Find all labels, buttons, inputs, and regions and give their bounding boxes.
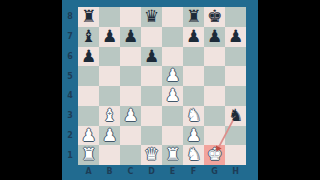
square-g2[interactable] [204,126,225,146]
square-c7[interactable]: ♟ [120,27,141,47]
white-pawn-e5[interactable]: ♟ [165,66,180,86]
square-h3[interactable]: ♞ [225,106,246,126]
square-g3[interactable] [204,106,225,126]
square-b4[interactable] [99,86,120,106]
white-rook-e1[interactable]: ♜ [165,145,180,165]
file-label-a: A [78,165,99,178]
rank-label-1: 1 [62,145,78,165]
square-c1[interactable] [120,145,141,165]
black-knight-h3[interactable]: ♞ [228,106,243,126]
square-c4[interactable] [120,86,141,106]
white-king-g1[interactable]: ♚ [207,145,222,165]
square-b3[interactable]: ♝ [99,106,120,126]
white-knight-f3[interactable]: ♞ [186,106,201,126]
square-h1[interactable] [225,145,246,165]
square-d4[interactable] [141,86,162,106]
black-rook-a8[interactable]: ♜ [81,7,96,27]
rank-label-8: 8 [62,7,78,27]
square-b7[interactable]: ♟ [99,27,120,47]
square-b2[interactable]: ♟ [99,126,120,146]
square-f8[interactable]: ♜ [183,7,204,27]
chess-board[interactable]: ♜♛♜♚♝♟♟♟♟♟♟♟♟♟♝♟♞♞♟♟♟♜♛♜♞♚ [78,7,246,165]
black-pawn-a6[interactable]: ♟ [81,47,96,67]
square-h6[interactable] [225,47,246,67]
square-b6[interactable] [99,47,120,67]
file-label-e: E [162,165,183,178]
file-label-g: G [204,165,225,178]
black-pawn-h7[interactable]: ♟ [228,27,243,47]
square-a2[interactable]: ♟ [78,126,99,146]
file-label-h: H [225,165,246,178]
file-labels: ABCDEFGH [78,165,246,178]
square-d6[interactable]: ♟ [141,47,162,67]
square-g5[interactable] [204,66,225,86]
square-d7[interactable] [141,27,162,47]
square-h4[interactable] [225,86,246,106]
rank-labels: 87654321 [62,7,78,165]
black-pawn-d6[interactable]: ♟ [144,47,159,67]
square-e7[interactable] [162,27,183,47]
square-a1[interactable]: ♜ [78,145,99,165]
square-b1[interactable] [99,145,120,165]
file-label-c: C [120,165,141,178]
square-e6[interactable] [162,47,183,67]
square-d1[interactable]: ♛ [141,145,162,165]
file-label-b: B [99,165,120,178]
rank-label-2: 2 [62,126,78,146]
white-pawn-b2[interactable]: ♟ [102,126,117,146]
white-pawn-a2[interactable]: ♟ [81,126,96,146]
square-g7[interactable]: ♟ [204,27,225,47]
white-pawn-f2[interactable]: ♟ [186,126,201,146]
file-label-d: D [141,165,162,178]
white-bishop-b3[interactable]: ♝ [102,106,117,126]
square-e8[interactable] [162,7,183,27]
square-g8[interactable]: ♚ [204,7,225,27]
square-f1[interactable]: ♞ [183,145,204,165]
square-f4[interactable] [183,86,204,106]
black-rook-f8[interactable]: ♜ [186,7,201,27]
square-d5[interactable] [141,66,162,86]
square-f5[interactable] [183,66,204,86]
square-e5[interactable]: ♟ [162,66,183,86]
white-pawn-c3[interactable]: ♟ [123,106,138,126]
square-a8[interactable]: ♜ [78,7,99,27]
square-f6[interactable] [183,47,204,67]
black-bishop-a7[interactable]: ♝ [81,27,96,47]
square-b5[interactable] [99,66,120,86]
screenshot-stage: 87654321 ♜♛♜♚♝♟♟♟♟♟♟♟♟♟♝♟♞♞♟♟♟♜♛♜♞♚ ABCD… [0,0,320,180]
file-label-f: F [183,165,204,178]
square-h2[interactable] [225,126,246,146]
square-g1[interactable]: ♚ [204,145,225,165]
white-knight-f1[interactable]: ♞ [186,145,201,165]
square-a6[interactable]: ♟ [78,47,99,67]
black-pawn-b7[interactable]: ♟ [102,27,117,47]
square-e1[interactable]: ♜ [162,145,183,165]
square-a3[interactable] [78,106,99,126]
black-pawn-c7[interactable]: ♟ [123,27,138,47]
rank-label-5: 5 [62,66,78,86]
white-rook-a1[interactable]: ♜ [81,145,96,165]
square-g4[interactable] [204,86,225,106]
square-b8[interactable] [99,7,120,27]
square-f2[interactable]: ♟ [183,126,204,146]
square-e2[interactable] [162,126,183,146]
rank-label-6: 6 [62,47,78,67]
rank-label-4: 4 [62,86,78,106]
square-d3[interactable] [141,106,162,126]
black-king-g8[interactable]: ♚ [207,7,222,27]
rank-label-3: 3 [62,106,78,126]
square-e4[interactable]: ♟ [162,86,183,106]
square-f7[interactable]: ♟ [183,27,204,47]
square-e3[interactable] [162,106,183,126]
square-h7[interactable]: ♟ [225,27,246,47]
square-g6[interactable] [204,47,225,67]
square-c3[interactable]: ♟ [120,106,141,126]
black-pawn-g7[interactable]: ♟ [207,27,222,47]
square-c2[interactable] [120,126,141,146]
square-f3[interactable]: ♞ [183,106,204,126]
square-c6[interactable] [120,47,141,67]
white-queen-d1[interactable]: ♛ [144,145,159,165]
square-c8[interactable] [120,7,141,27]
square-a4[interactable] [78,86,99,106]
square-h8[interactable] [225,7,246,27]
square-d2[interactable] [141,126,162,146]
square-c5[interactable] [120,66,141,86]
white-pawn-e4[interactable]: ♟ [165,86,180,106]
square-d8[interactable]: ♛ [141,7,162,27]
square-a5[interactable] [78,66,99,86]
rank-label-7: 7 [62,27,78,47]
black-queen-d8[interactable]: ♛ [144,7,159,27]
square-a7[interactable]: ♝ [78,27,99,47]
square-h5[interactable] [225,66,246,86]
black-pawn-f7[interactable]: ♟ [186,27,201,47]
